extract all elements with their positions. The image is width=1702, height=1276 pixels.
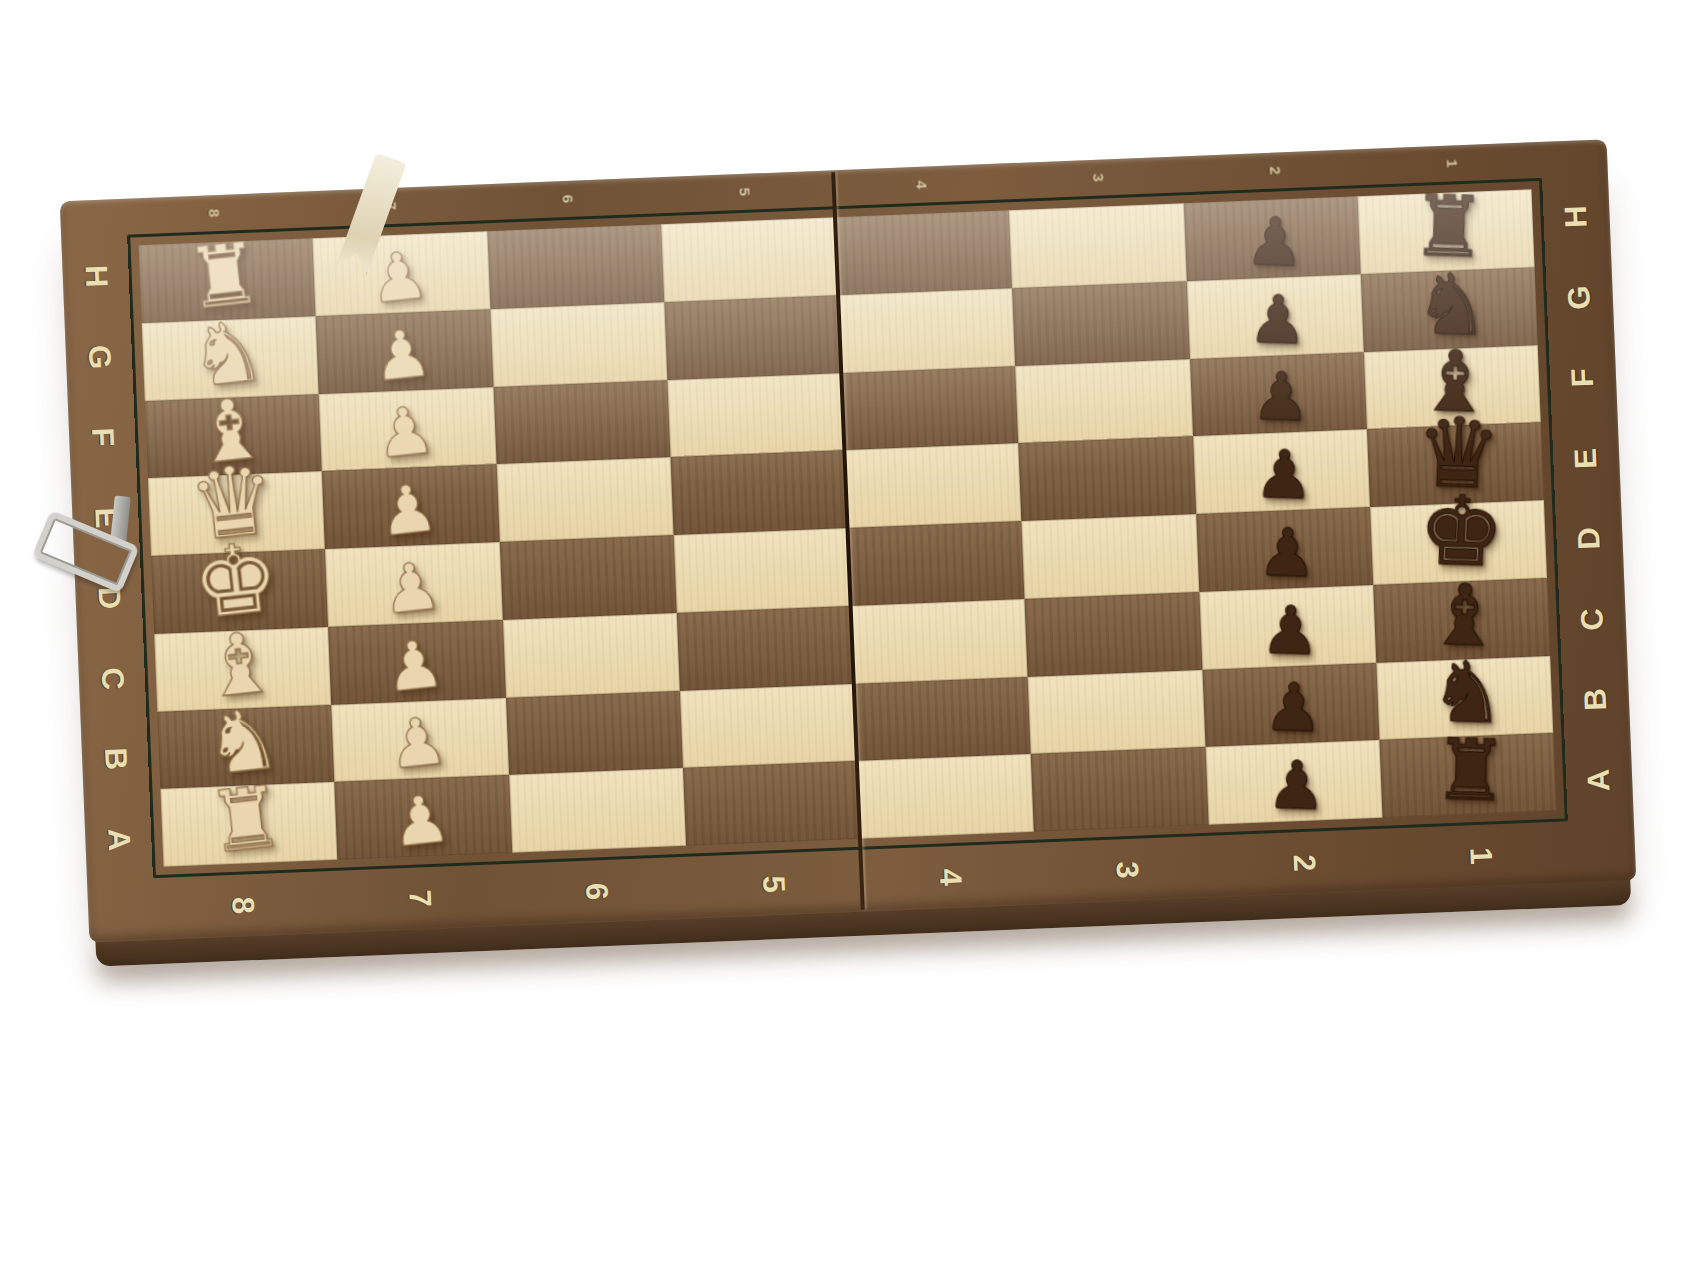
square-F6[interactable]: [493, 380, 670, 465]
square-F7[interactable]: ♟: [319, 387, 496, 472]
black-pawn-E2[interactable]: ♟: [1253, 442, 1314, 510]
file-label-left-H: H: [54, 242, 137, 311]
square-H6[interactable]: [487, 224, 664, 309]
black-pawn-D2[interactable]: ♟: [1256, 519, 1317, 587]
square-B6[interactable]: [505, 690, 682, 775]
square-G6[interactable]: [490, 302, 667, 387]
file-label-right-A: A: [1558, 745, 1641, 814]
white-pawn-G7[interactable]: ♟: [369, 319, 435, 391]
black-pawn-G2[interactable]: ♟: [1247, 286, 1308, 354]
white-pawn-D7[interactable]: ♟: [379, 552, 445, 624]
square-C2[interactable]: ♟: [1199, 585, 1376, 670]
black-pawn-H2[interactable]: ♟: [1244, 209, 1305, 277]
square-B5[interactable]: [680, 683, 857, 768]
black-pawn-F2[interactable]: ♟: [1250, 364, 1311, 432]
square-A5[interactable]: [683, 761, 860, 846]
file-label-right-C: C: [1551, 584, 1634, 653]
square-F4[interactable]: [841, 366, 1018, 451]
black-pawn-A2[interactable]: ♟: [1266, 752, 1327, 820]
square-B2[interactable]: ♟: [1202, 662, 1379, 747]
square-D7[interactable]: ♟: [325, 542, 502, 627]
square-A2[interactable]: ♟: [1205, 740, 1382, 825]
square-C7[interactable]: ♟: [328, 620, 505, 705]
white-rook-A8[interactable]: ♜: [204, 774, 288, 866]
file-label-left-G: G: [57, 322, 140, 391]
square-F2[interactable]: ♟: [1189, 352, 1366, 437]
square-B4[interactable]: [854, 676, 1031, 761]
square-G2[interactable]: ♟: [1186, 274, 1363, 359]
file-label-right-B: B: [1554, 665, 1637, 734]
white-pawn-B7[interactable]: ♟: [385, 708, 451, 780]
square-A4[interactable]: [857, 754, 1034, 839]
black-pawn-C2[interactable]: ♟: [1259, 597, 1320, 665]
file-label-right-D: D: [1548, 504, 1631, 573]
square-E2[interactable]: ♟: [1193, 429, 1370, 514]
square-H5[interactable]: [661, 217, 838, 302]
square-G5[interactable]: [664, 295, 841, 380]
white-pawn-F7[interactable]: ♟: [372, 397, 438, 469]
white-pawn-C7[interactable]: ♟: [382, 630, 448, 702]
square-H7[interactable]: ♟: [313, 231, 490, 316]
file-label-left-A: A: [77, 805, 160, 874]
white-pawn-H7[interactable]: ♟: [366, 242, 432, 314]
square-F3[interactable]: [1015, 359, 1192, 444]
file-label-right-H: H: [1535, 182, 1618, 251]
product-photo-scene: 87654321 HGFEDCBA ♜♟♟♜♞♟♟♞♝♟♟♝♛♟♟♛♚♟♟♚♝♟…: [0, 0, 1702, 1276]
file-label-right-G: G: [1538, 263, 1621, 332]
square-B7[interactable]: ♟: [331, 697, 508, 782]
file-label-left-C: C: [70, 644, 153, 713]
square-E4[interactable]: [844, 443, 1021, 528]
square-D2[interactable]: ♟: [1196, 507, 1373, 592]
file-label-left-F: F: [61, 403, 144, 472]
square-B3[interactable]: [1028, 669, 1205, 754]
square-E7[interactable]: ♟: [322, 464, 499, 549]
square-E3[interactable]: [1018, 436, 1195, 521]
square-D5[interactable]: [673, 528, 850, 613]
square-G7[interactable]: ♟: [316, 309, 493, 394]
square-E6[interactable]: [496, 457, 673, 542]
square-D4[interactable]: [847, 521, 1024, 606]
black-rook-A1[interactable]: ♜: [1432, 727, 1510, 813]
square-A6[interactable]: [509, 768, 686, 853]
square-A7[interactable]: ♟: [335, 775, 512, 860]
square-D3[interactable]: [1022, 514, 1199, 599]
square-D6[interactable]: [499, 535, 676, 620]
square-H2[interactable]: ♟: [1183, 196, 1360, 281]
square-H4[interactable]: [835, 210, 1012, 295]
white-pawn-A7[interactable]: ♟: [388, 785, 454, 857]
file-label-left-B: B: [74, 724, 157, 793]
chess-board: 87654321 HGFEDCBA ♜♟♟♜♞♟♟♞♝♟♟♝♛♟♟♛♚♟♟♚♝♟…: [60, 139, 1637, 943]
square-A1[interactable]: ♜: [1379, 733, 1556, 818]
square-C5[interactable]: [676, 606, 853, 691]
file-label-right-F: F: [1541, 343, 1624, 412]
black-pawn-B2[interactable]: ♟: [1262, 675, 1323, 743]
square-G3[interactable]: [1012, 281, 1189, 366]
white-pawn-E7[interactable]: ♟: [375, 475, 441, 547]
square-C4[interactable]: [851, 599, 1028, 684]
square-H3[interactable]: [1009, 203, 1186, 288]
square-A8[interactable]: ♜: [160, 782, 337, 867]
square-F5[interactable]: [667, 373, 844, 458]
square-E5[interactable]: [670, 450, 847, 535]
square-C3[interactable]: [1025, 592, 1202, 677]
file-label-right-E: E: [1545, 423, 1628, 492]
square-A3[interactable]: [1031, 747, 1208, 832]
square-G4[interactable]: [838, 288, 1015, 373]
board-frame: 87654321 HGFEDCBA ♜♟♟♜♞♟♟♞♝♟♟♝♛♟♟♛♚♟♟♚♝♟…: [60, 139, 1637, 943]
square-C6[interactable]: [502, 613, 679, 698]
